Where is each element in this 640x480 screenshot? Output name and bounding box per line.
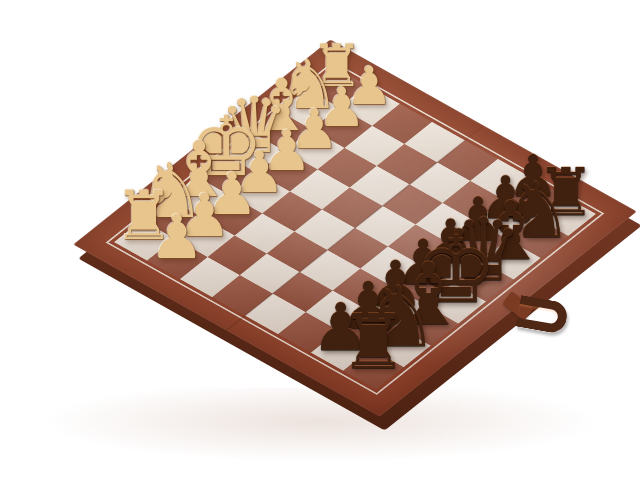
board-shadow [40,388,600,462]
white-pawn[interactable]: ♟ [150,207,205,268]
clasp-strap[interactable] [500,292,580,342]
clasp-loop [516,295,570,335]
scene: ♜♞♝♛♚♝♞♜♟♟♟♟♟♟♟♟♟♟♟♟♟♟♟♟♜♞♝♛♚♝♞♜ [0,0,640,480]
black-rook[interactable]: ♜ [340,305,408,381]
